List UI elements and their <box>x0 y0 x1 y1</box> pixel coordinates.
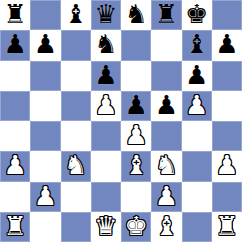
black-pawn-h7[interactable]: ♟ <box>215 31 238 57</box>
square-g1[interactable] <box>182 212 212 242</box>
black-bishop-c8[interactable]: ♝ <box>64 1 87 27</box>
white-rook-h1[interactable]: ♜ <box>215 213 238 239</box>
white-pawn-e4[interactable]: ♟ <box>124 122 147 148</box>
black-pawn-g6[interactable]: ♟ <box>185 62 208 88</box>
square-d8[interactable]: ♛ <box>91 0 121 30</box>
white-pawn-d5[interactable]: ♟ <box>94 92 117 118</box>
white-bishop-e3[interactable]: ♝ <box>124 152 147 178</box>
white-pawn-f2[interactable]: ♟ <box>155 183 178 209</box>
white-queen-d1[interactable]: ♛ <box>94 213 117 239</box>
square-e4[interactable]: ♟ <box>121 121 151 151</box>
square-c8[interactable]: ♝ <box>61 0 91 30</box>
square-a2[interactable] <box>0 182 30 212</box>
square-g6[interactable]: ♟ <box>182 61 212 91</box>
white-bishop-f1[interactable]: ♝ <box>155 213 178 239</box>
square-h6[interactable] <box>212 61 242 91</box>
black-pawn-a7[interactable]: ♟ <box>3 31 26 57</box>
square-d6[interactable]: ♟ <box>91 61 121 91</box>
square-f5[interactable]: ♟ <box>151 91 181 121</box>
white-pawn-h3[interactable]: ♟ <box>215 152 238 178</box>
square-e2[interactable] <box>121 182 151 212</box>
black-pawn-e5[interactable]: ♟ <box>124 92 147 118</box>
white-knight-f3[interactable]: ♞ <box>155 152 178 178</box>
square-a7[interactable]: ♟ <box>0 30 30 60</box>
square-d7[interactable]: ♞ <box>91 30 121 60</box>
square-f8[interactable]: ♜ <box>151 0 181 30</box>
white-pawn-g5[interactable]: ♟ <box>185 92 208 118</box>
black-pawn-d6[interactable]: ♟ <box>94 62 117 88</box>
white-knight-c3[interactable]: ♞ <box>64 152 87 178</box>
square-d2[interactable] <box>91 182 121 212</box>
square-c5[interactable] <box>61 91 91 121</box>
white-pawn-a3[interactable]: ♟ <box>3 152 26 178</box>
square-e1[interactable]: ♚ <box>121 212 151 242</box>
square-b8[interactable] <box>30 0 60 30</box>
square-a3[interactable]: ♟ <box>0 151 30 181</box>
square-h8[interactable] <box>212 0 242 30</box>
square-g4[interactable] <box>182 121 212 151</box>
white-rook-a1[interactable]: ♜ <box>3 213 26 239</box>
square-e7[interactable] <box>121 30 151 60</box>
square-b1[interactable] <box>30 212 60 242</box>
square-b7[interactable]: ♟ <box>30 30 60 60</box>
square-c7[interactable] <box>61 30 91 60</box>
square-h7[interactable]: ♟ <box>212 30 242 60</box>
square-d5[interactable]: ♟ <box>91 91 121 121</box>
square-h1[interactable]: ♜ <box>212 212 242 242</box>
square-e8[interactable]: ♞ <box>121 0 151 30</box>
square-f3[interactable]: ♞ <box>151 151 181 181</box>
square-h4[interactable] <box>212 121 242 151</box>
square-f4[interactable] <box>151 121 181 151</box>
square-b4[interactable] <box>30 121 60 151</box>
black-bishop-g7[interactable]: ♝ <box>185 31 208 57</box>
square-c2[interactable] <box>61 182 91 212</box>
black-rook-f8[interactable]: ♜ <box>155 1 178 27</box>
square-g8[interactable]: ♚ <box>182 0 212 30</box>
square-b2[interactable]: ♟ <box>30 182 60 212</box>
square-f6[interactable] <box>151 61 181 91</box>
white-king-e1[interactable]: ♚ <box>124 213 147 239</box>
square-g2[interactable] <box>182 182 212 212</box>
square-d1[interactable]: ♛ <box>91 212 121 242</box>
black-queen-d8[interactable]: ♛ <box>94 1 117 27</box>
square-c3[interactable]: ♞ <box>61 151 91 181</box>
square-a5[interactable] <box>0 91 30 121</box>
square-a1[interactable]: ♜ <box>0 212 30 242</box>
black-knight-e8[interactable]: ♞ <box>124 1 147 27</box>
square-g7[interactable]: ♝ <box>182 30 212 60</box>
square-h2[interactable] <box>212 182 242 212</box>
square-b3[interactable] <box>30 151 60 181</box>
square-g5[interactable]: ♟ <box>182 91 212 121</box>
square-f1[interactable]: ♝ <box>151 212 181 242</box>
square-a6[interactable] <box>0 61 30 91</box>
square-f7[interactable] <box>151 30 181 60</box>
square-g3[interactable] <box>182 151 212 181</box>
square-c4[interactable] <box>61 121 91 151</box>
square-e6[interactable] <box>121 61 151 91</box>
black-rook-a8[interactable]: ♜ <box>3 1 26 27</box>
black-pawn-f5[interactable]: ♟ <box>155 92 178 118</box>
square-h5[interactable] <box>212 91 242 121</box>
white-pawn-b2[interactable]: ♟ <box>34 183 57 209</box>
square-c1[interactable] <box>61 212 91 242</box>
square-a8[interactable]: ♜ <box>0 0 30 30</box>
black-pawn-b7[interactable]: ♟ <box>34 31 57 57</box>
square-a4[interactable] <box>0 121 30 151</box>
black-king-g8[interactable]: ♚ <box>185 1 208 27</box>
square-d4[interactable] <box>91 121 121 151</box>
square-e3[interactable]: ♝ <box>121 151 151 181</box>
square-h3[interactable]: ♟ <box>212 151 242 181</box>
square-d3[interactable] <box>91 151 121 181</box>
square-c6[interactable] <box>61 61 91 91</box>
chess-board: ♜♝♛♞♜♚♟♟♞♝♟♟♟♟♟♟♟♟♟♞♝♞♟♟♟♜♛♚♝♜ <box>0 0 242 242</box>
square-f2[interactable]: ♟ <box>151 182 181 212</box>
square-b6[interactable] <box>30 61 60 91</box>
black-knight-d7[interactable]: ♞ <box>94 31 117 57</box>
square-b5[interactable] <box>30 91 60 121</box>
square-e5[interactable]: ♟ <box>121 91 151 121</box>
